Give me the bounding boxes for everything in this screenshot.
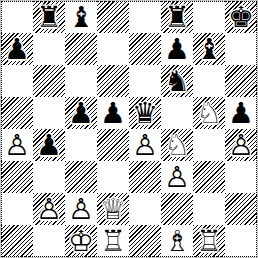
square-a8[interactable] [1,1,33,33]
black-knight-f6-icon: ♞♞ [161,65,193,97]
white-pawn-b2-icon: ♟♙ [33,193,65,225]
white-pawn-e4-icon: ♟♙ [129,129,161,161]
square-g2[interactable] [193,193,225,225]
piece-glyph: ♞ [161,65,193,97]
square-g5[interactable]: ♞♘ [193,97,225,129]
square-d8[interactable] [97,1,129,33]
square-h3[interactable] [225,161,257,193]
square-a6[interactable] [1,65,33,97]
piece-glyph: ♙ [161,161,193,193]
square-d5[interactable]: ♟♟ [97,97,129,129]
piece-glyph: ♚ [225,1,257,33]
square-b7[interactable] [33,33,65,65]
square-g8[interactable] [193,1,225,33]
square-f5[interactable] [161,97,193,129]
square-b4[interactable]: ♟♟ [33,129,65,161]
square-c4[interactable] [65,129,97,161]
white-knight-g5-icon: ♞♘ [193,97,225,129]
square-h8[interactable]: ♚♚ [225,1,257,33]
square-e7[interactable] [129,33,161,65]
square-c2[interactable]: ♟♙ [65,193,97,225]
piece-glyph: ♟ [65,97,97,129]
piece-glyph: ♖ [193,225,225,257]
white-bishop-f1-icon: ♝♗ [161,225,193,257]
black-pawn-h5-icon: ♟♟ [225,97,257,129]
square-a3[interactable] [1,161,33,193]
white-pawn-h4-icon: ♟♙ [225,129,257,161]
white-rook-g1-icon: ♜♖ [193,225,225,257]
square-c7[interactable] [65,33,97,65]
square-h4[interactable]: ♟♙ [225,129,257,161]
piece-glyph: ♝ [65,1,97,33]
square-b6[interactable] [33,65,65,97]
square-f8[interactable]: ♜♜ [161,1,193,33]
square-d6[interactable] [97,65,129,97]
square-g7[interactable]: ♝♝ [193,33,225,65]
piece-glyph: ♙ [65,193,97,225]
piece-glyph: ♜ [161,1,193,33]
piece-glyph: ♛ [129,97,161,129]
square-c1[interactable]: ♚♔ [65,225,97,257]
square-c6[interactable] [65,65,97,97]
piece-glyph: ♟ [225,97,257,129]
black-pawn-f7-icon: ♟♟ [161,33,193,65]
piece-glyph: ♔ [65,225,97,257]
white-queen-d2-icon: ♛♕ [97,193,129,225]
square-e2[interactable] [129,193,161,225]
square-e3[interactable] [129,161,161,193]
square-a7[interactable]: ♟♟ [1,33,33,65]
black-pawn-b4-icon: ♟♟ [33,129,65,161]
square-f6[interactable]: ♞♞ [161,65,193,97]
piece-glyph: ♙ [129,129,161,161]
piece-glyph: ♟ [1,33,33,65]
black-bishop-c8-icon: ♝♝ [65,1,97,33]
square-e1[interactable] [129,225,161,257]
piece-glyph: ♝ [193,33,225,65]
square-b5[interactable] [33,97,65,129]
black-pawn-a7-icon: ♟♟ [1,33,33,65]
diagram-frame: ♜♜♝♝♜♜♚♚♟♟♟♟♝♝♞♞♟♟♟♟♛♛♞♘♟♟♟♙♟♟♟♙♞♘♟♙♟♙♟♙… [0,0,258,258]
white-pawn-c2-icon: ♟♙ [65,193,97,225]
white-rook-d1-icon: ♜♖ [97,225,129,257]
piece-glyph: ♜ [33,1,65,33]
square-e5[interactable]: ♛♛ [129,97,161,129]
square-f3[interactable]: ♟♙ [161,161,193,193]
square-b2[interactable]: ♟♙ [33,193,65,225]
piece-glyph: ♗ [161,225,193,257]
square-a4[interactable]: ♟♙ [1,129,33,161]
black-pawn-c5-icon: ♟♟ [65,97,97,129]
square-e4[interactable]: ♟♙ [129,129,161,161]
black-pawn-d5-icon: ♟♟ [97,97,129,129]
square-c8[interactable]: ♝♝ [65,1,97,33]
square-d3[interactable] [97,161,129,193]
square-a1[interactable] [1,225,33,257]
black-queen-e5-icon: ♛♛ [129,97,161,129]
piece-glyph: ♙ [225,129,257,161]
piece-glyph: ♙ [33,193,65,225]
piece-glyph: ♕ [97,193,129,225]
piece-glyph: ♙ [1,129,33,161]
square-f7[interactable]: ♟♟ [161,33,193,65]
square-a5[interactable] [1,97,33,129]
piece-glyph: ♟ [97,97,129,129]
square-f2[interactable] [161,193,193,225]
chess-board: ♜♜♝♝♜♜♚♚♟♟♟♟♝♝♞♞♟♟♟♟♛♛♞♘♟♟♟♙♟♟♟♙♞♘♟♙♟♙♟♙… [1,1,257,257]
black-rook-f8-icon: ♜♜ [161,1,193,33]
square-b8[interactable]: ♜♜ [33,1,65,33]
square-h7[interactable] [225,33,257,65]
square-g4[interactable] [193,129,225,161]
square-h1[interactable] [225,225,257,257]
square-g3[interactable] [193,161,225,193]
black-rook-b8-icon: ♜♜ [33,1,65,33]
square-g1[interactable]: ♜♖ [193,225,225,257]
square-h5[interactable]: ♟♟ [225,97,257,129]
white-knight-f4-icon: ♞♘ [161,129,193,161]
square-c5[interactable]: ♟♟ [65,97,97,129]
square-f4[interactable]: ♞♘ [161,129,193,161]
square-d7[interactable] [97,33,129,65]
piece-glyph: ♖ [97,225,129,257]
square-c3[interactable] [65,161,97,193]
square-a2[interactable] [1,193,33,225]
square-b1[interactable] [33,225,65,257]
square-e6[interactable] [129,65,161,97]
square-g6[interactable] [193,65,225,97]
square-b3[interactable] [33,161,65,193]
square-d2[interactable]: ♛♕ [97,193,129,225]
square-f1[interactable]: ♝♗ [161,225,193,257]
piece-glyph: ♘ [193,97,225,129]
square-h6[interactable] [225,65,257,97]
square-h2[interactable] [225,193,257,225]
piece-glyph: ♟ [33,129,65,161]
black-king-h8-icon: ♚♚ [225,1,257,33]
piece-glyph: ♘ [161,129,193,161]
white-pawn-f3-icon: ♟♙ [161,161,193,193]
black-bishop-g7-icon: ♝♝ [193,33,225,65]
piece-glyph: ♟ [161,33,193,65]
white-king-c1-icon: ♚♔ [65,225,97,257]
square-e8[interactable] [129,1,161,33]
square-d1[interactable]: ♜♖ [97,225,129,257]
square-d4[interactable] [97,129,129,161]
white-pawn-a4-icon: ♟♙ [1,129,33,161]
